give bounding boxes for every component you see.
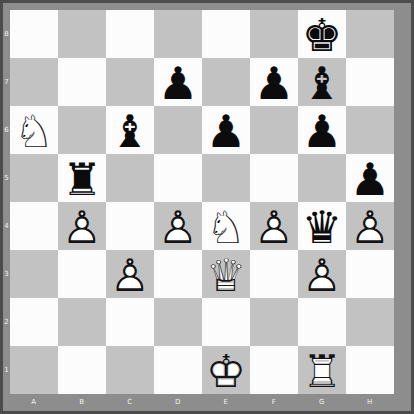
square-f5[interactable] [250, 154, 298, 202]
black-piece-glyph: ♟ [154, 59, 202, 107]
black-pawn-d7-piece: ♟ [154, 58, 202, 106]
square-e3[interactable]: ♛♕ [202, 250, 250, 298]
rank-label-3: 3 [3, 250, 10, 298]
white-pawn-b4-piece: ♟♙ [58, 202, 106, 250]
square-a4[interactable] [10, 202, 58, 250]
square-h7[interactable] [346, 58, 394, 106]
square-g4[interactable]: ♛ [298, 202, 346, 250]
square-f3[interactable] [250, 250, 298, 298]
square-c3[interactable]: ♟♙ [106, 250, 154, 298]
square-a1[interactable] [10, 346, 58, 394]
white-piece-outline: ♙ [58, 203, 106, 251]
white-queen-e3-piece: ♛♕ [202, 250, 250, 298]
square-e4[interactable]: ♞♘ [202, 202, 250, 250]
square-g2[interactable] [298, 298, 346, 346]
square-f1[interactable] [250, 346, 298, 394]
black-piece-glyph: ♝ [106, 107, 154, 155]
square-h6[interactable] [346, 106, 394, 154]
square-b3[interactable] [58, 250, 106, 298]
black-pawn-e6-piece: ♟ [202, 106, 250, 154]
file-label-a: A [10, 395, 58, 409]
black-rook-b5-piece: ♜ [58, 154, 106, 202]
square-f8[interactable] [250, 10, 298, 58]
square-d6[interactable] [154, 106, 202, 154]
square-d7[interactable]: ♟ [154, 58, 202, 106]
square-d3[interactable] [154, 250, 202, 298]
rank-label-4: 4 [3, 202, 10, 250]
white-pawn-g3-piece: ♟♙ [298, 250, 346, 298]
file-label-g: G [298, 395, 346, 409]
square-b6[interactable] [58, 106, 106, 154]
black-piece-glyph: ♟ [298, 107, 346, 155]
white-piece-outline: ♕ [202, 251, 250, 299]
square-c1[interactable] [106, 346, 154, 394]
square-b5[interactable]: ♜ [58, 154, 106, 202]
chess-board: ♚♟♟♝♞♘♝♟♟♜♟♟♙♟♙♞♘♟♙♛♟♙♟♙♛♕♟♙♚♔♜♖ [10, 10, 394, 394]
square-g3[interactable]: ♟♙ [298, 250, 346, 298]
white-king-e1-piece: ♚♔ [202, 346, 250, 394]
square-f2[interactable] [250, 298, 298, 346]
square-g6[interactable]: ♟ [298, 106, 346, 154]
white-piece-outline: ♖ [298, 347, 346, 395]
square-d8[interactable] [154, 10, 202, 58]
square-a2[interactable] [10, 298, 58, 346]
black-bishop-c6-piece: ♝ [106, 106, 154, 154]
white-piece-outline: ♙ [154, 203, 202, 251]
white-knight-a6-piece: ♞♘ [10, 106, 58, 154]
black-pawn-f7-piece: ♟ [250, 58, 298, 106]
square-e2[interactable] [202, 298, 250, 346]
square-c8[interactable] [106, 10, 154, 58]
black-piece-glyph: ♟ [250, 59, 298, 107]
square-h8[interactable] [346, 10, 394, 58]
black-piece-glyph: ♜ [58, 155, 106, 203]
black-piece-glyph: ♝ [298, 59, 346, 107]
black-piece-glyph: ♟ [346, 155, 394, 203]
black-pawn-h5-piece: ♟ [346, 154, 394, 202]
square-g7[interactable]: ♝ [298, 58, 346, 106]
square-e1[interactable]: ♚♔ [202, 346, 250, 394]
white-piece-outline: ♙ [298, 251, 346, 299]
square-b1[interactable] [58, 346, 106, 394]
square-e5[interactable] [202, 154, 250, 202]
square-h2[interactable] [346, 298, 394, 346]
square-f7[interactable]: ♟ [250, 58, 298, 106]
rank-label-1: 1 [3, 346, 10, 394]
white-pawn-f4-piece: ♟♙ [250, 202, 298, 250]
square-e8[interactable] [202, 10, 250, 58]
rank-label-5: 5 [3, 154, 10, 202]
file-label-c: C [106, 395, 154, 409]
square-d2[interactable] [154, 298, 202, 346]
white-piece-outline: ♘ [10, 107, 58, 155]
file-label-b: B [58, 395, 106, 409]
file-label-f: F [250, 395, 298, 409]
square-a5[interactable] [10, 154, 58, 202]
white-piece-outline: ♙ [106, 251, 154, 299]
chess-board-frame: ♚♟♟♝♞♘♝♟♟♜♟♟♙♟♙♞♘♟♙♛♟♙♟♙♛♕♟♙♚♔♜♖ 8765432… [0, 0, 414, 414]
black-piece-glyph: ♟ [202, 107, 250, 155]
square-h5[interactable]: ♟ [346, 154, 394, 202]
square-a7[interactable] [10, 58, 58, 106]
file-label-h: H [346, 395, 394, 409]
white-rook-g1-piece: ♜♖ [298, 346, 346, 394]
square-e7[interactable] [202, 58, 250, 106]
white-piece-outline: ♙ [250, 203, 298, 251]
file-label-e: E [202, 395, 250, 409]
square-b8[interactable] [58, 10, 106, 58]
square-f4[interactable]: ♟♙ [250, 202, 298, 250]
square-g1[interactable]: ♜♖ [298, 346, 346, 394]
square-h1[interactable] [346, 346, 394, 394]
square-b7[interactable] [58, 58, 106, 106]
black-piece-glyph: ♛ [298, 203, 346, 251]
rank-label-8: 8 [3, 10, 10, 58]
white-piece-outline: ♙ [346, 203, 394, 251]
rank-label-2: 2 [3, 298, 10, 346]
black-queen-g4-piece: ♛ [298, 202, 346, 250]
square-e6[interactable]: ♟ [202, 106, 250, 154]
square-b4[interactable]: ♟♙ [58, 202, 106, 250]
black-pawn-g6-piece: ♟ [298, 106, 346, 154]
white-pawn-d4-piece: ♟♙ [154, 202, 202, 250]
white-piece-outline: ♔ [202, 347, 250, 395]
square-c5[interactable] [106, 154, 154, 202]
rank-label-7: 7 [3, 58, 10, 106]
square-g8[interactable]: ♚ [298, 10, 346, 58]
square-a6[interactable]: ♞♘ [10, 106, 58, 154]
square-f6[interactable] [250, 106, 298, 154]
white-piece-outline: ♘ [202, 203, 250, 251]
square-c2[interactable] [106, 298, 154, 346]
square-a3[interactable] [10, 250, 58, 298]
square-d1[interactable] [154, 346, 202, 394]
square-h3[interactable] [346, 250, 394, 298]
square-c6[interactable]: ♝ [106, 106, 154, 154]
square-a8[interactable] [10, 10, 58, 58]
square-c7[interactable] [106, 58, 154, 106]
white-pawn-h4-piece: ♟♙ [346, 202, 394, 250]
square-d5[interactable] [154, 154, 202, 202]
square-g5[interactable] [298, 154, 346, 202]
rank-label-6: 6 [3, 106, 10, 154]
black-bishop-g7-piece: ♝ [298, 58, 346, 106]
white-knight-e4-piece: ♞♘ [202, 202, 250, 250]
square-c4[interactable] [106, 202, 154, 250]
square-d4[interactable]: ♟♙ [154, 202, 202, 250]
black-king-g8-piece: ♚ [298, 10, 346, 58]
square-h4[interactable]: ♟♙ [346, 202, 394, 250]
square-b2[interactable] [58, 298, 106, 346]
black-piece-glyph: ♚ [298, 11, 346, 59]
file-label-d: D [154, 395, 202, 409]
white-pawn-c3-piece: ♟♙ [106, 250, 154, 298]
